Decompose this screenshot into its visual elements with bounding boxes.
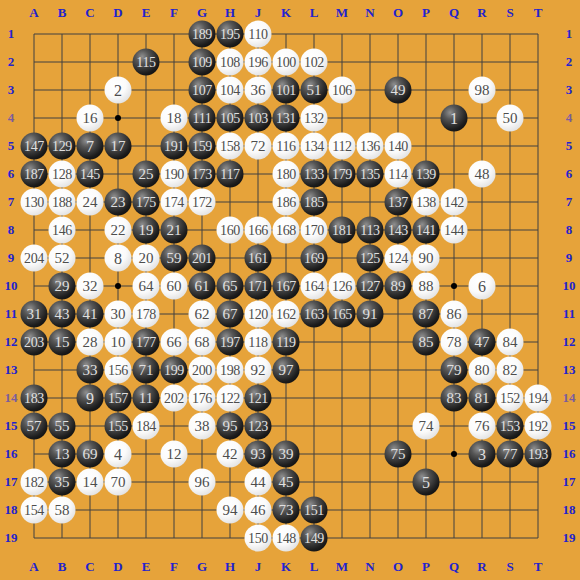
white-stone-90[interactable]: 90 <box>413 245 440 272</box>
black-stone-79[interactable]: 79 <box>441 357 468 384</box>
point-H1[interactable]: 195 <box>216 20 244 48</box>
point-J3[interactable]: 36 <box>244 76 272 104</box>
point-D8[interactable]: 22 <box>104 216 132 244</box>
point-M17[interactable] <box>328 468 356 496</box>
point-T9[interactable] <box>524 244 552 272</box>
point-R11[interactable] <box>468 300 496 328</box>
white-stone-186[interactable]: 186 <box>273 189 300 216</box>
point-J5[interactable]: 72 <box>244 132 272 160</box>
black-stone-131[interactable]: 131 <box>273 105 300 132</box>
point-T14[interactable]: 194 <box>524 384 552 412</box>
point-M12[interactable] <box>328 328 356 356</box>
black-stone-111[interactable]: 111 <box>189 105 216 132</box>
point-K1[interactable] <box>272 20 300 48</box>
point-K8[interactable]: 168 <box>272 216 300 244</box>
black-stone-91[interactable]: 91 <box>357 301 384 328</box>
point-T19[interactable] <box>524 524 552 552</box>
point-R2[interactable] <box>468 48 496 76</box>
point-E19[interactable] <box>132 524 160 552</box>
black-stone-7[interactable]: 7 <box>77 133 104 160</box>
white-stone-100[interactable]: 100 <box>273 49 300 76</box>
white-stone-164[interactable]: 164 <box>301 273 328 300</box>
point-K13[interactable]: 97 <box>272 356 300 384</box>
point-O9[interactable]: 124 <box>384 244 412 272</box>
point-P17[interactable]: 5 <box>412 468 440 496</box>
point-F5[interactable]: 191 <box>160 132 188 160</box>
point-T18[interactable] <box>524 496 552 524</box>
point-D6[interactable] <box>104 160 132 188</box>
point-R15[interactable]: 76 <box>468 412 496 440</box>
point-S12[interactable]: 84 <box>496 328 524 356</box>
point-G3[interactable]: 107 <box>188 76 216 104</box>
black-stone-179[interactable]: 179 <box>329 161 356 188</box>
point-E18[interactable] <box>132 496 160 524</box>
point-L17[interactable] <box>300 468 328 496</box>
point-H14[interactable]: 122 <box>216 384 244 412</box>
point-C7[interactable]: 24 <box>76 188 104 216</box>
point-T17[interactable] <box>524 468 552 496</box>
point-Q10[interactable] <box>440 272 468 300</box>
point-A11[interactable]: 31 <box>20 300 48 328</box>
point-N3[interactable] <box>356 76 384 104</box>
point-C10[interactable]: 32 <box>76 272 104 300</box>
point-F6[interactable]: 190 <box>160 160 188 188</box>
point-G9[interactable]: 201 <box>188 244 216 272</box>
point-A1[interactable] <box>20 20 48 48</box>
point-P3[interactable] <box>412 76 440 104</box>
point-L16[interactable] <box>300 440 328 468</box>
black-stone-187[interactable]: 187 <box>21 161 48 188</box>
point-E11[interactable]: 178 <box>132 300 160 328</box>
point-T11[interactable] <box>524 300 552 328</box>
white-stone-60[interactable]: 60 <box>161 273 188 300</box>
point-G7[interactable]: 172 <box>188 188 216 216</box>
white-stone-156[interactable]: 156 <box>105 357 132 384</box>
black-stone-157[interactable]: 157 <box>105 385 132 412</box>
point-A10[interactable] <box>20 272 48 300</box>
point-D9[interactable]: 8 <box>104 244 132 272</box>
point-S7[interactable] <box>496 188 524 216</box>
point-G10[interactable]: 61 <box>188 272 216 300</box>
point-E2[interactable]: 115 <box>132 48 160 76</box>
point-Q18[interactable] <box>440 496 468 524</box>
point-K11[interactable]: 162 <box>272 300 300 328</box>
point-Q17[interactable] <box>440 468 468 496</box>
point-M3[interactable]: 106 <box>328 76 356 104</box>
point-L8[interactable]: 170 <box>300 216 328 244</box>
white-stone-192[interactable]: 192 <box>525 413 552 440</box>
point-K10[interactable]: 167 <box>272 272 300 300</box>
white-stone-36[interactable]: 36 <box>245 77 272 104</box>
point-D17[interactable]: 70 <box>104 468 132 496</box>
black-stone-181[interactable]: 181 <box>329 217 356 244</box>
point-B7[interactable]: 188 <box>48 188 76 216</box>
white-stone-8[interactable]: 8 <box>105 245 132 272</box>
point-E3[interactable] <box>132 76 160 104</box>
point-R3[interactable]: 98 <box>468 76 496 104</box>
point-J18[interactable]: 46 <box>244 496 272 524</box>
point-E14[interactable]: 11 <box>132 384 160 412</box>
point-N15[interactable] <box>356 412 384 440</box>
point-D15[interactable]: 155 <box>104 412 132 440</box>
point-E1[interactable] <box>132 20 160 48</box>
point-P13[interactable] <box>412 356 440 384</box>
black-stone-5[interactable]: 5 <box>413 469 440 496</box>
point-O19[interactable] <box>384 524 412 552</box>
point-D2[interactable] <box>104 48 132 76</box>
white-stone-70[interactable]: 70 <box>105 469 132 496</box>
white-stone-200[interactable]: 200 <box>189 357 216 384</box>
point-F2[interactable] <box>160 48 188 76</box>
point-T4[interactable] <box>524 104 552 132</box>
point-T7[interactable] <box>524 188 552 216</box>
point-Q1[interactable] <box>440 20 468 48</box>
black-stone-147[interactable]: 147 <box>21 133 48 160</box>
point-P14[interactable] <box>412 384 440 412</box>
point-R7[interactable] <box>468 188 496 216</box>
point-M8[interactable]: 181 <box>328 216 356 244</box>
black-stone-17[interactable]: 17 <box>105 133 132 160</box>
point-E15[interactable]: 184 <box>132 412 160 440</box>
point-N10[interactable]: 127 <box>356 272 384 300</box>
point-J11[interactable]: 120 <box>244 300 272 328</box>
point-R18[interactable] <box>468 496 496 524</box>
point-C4[interactable]: 16 <box>76 104 104 132</box>
white-stone-184[interactable]: 184 <box>133 413 160 440</box>
point-G1[interactable]: 189 <box>188 20 216 48</box>
white-stone-78[interactable]: 78 <box>441 329 468 356</box>
point-Q4[interactable]: 1 <box>440 104 468 132</box>
point-F14[interactable]: 202 <box>160 384 188 412</box>
point-F7[interactable]: 174 <box>160 188 188 216</box>
white-stone-126[interactable]: 126 <box>329 273 356 300</box>
point-C2[interactable] <box>76 48 104 76</box>
point-N7[interactable] <box>356 188 384 216</box>
point-B19[interactable] <box>48 524 76 552</box>
black-stone-71[interactable]: 71 <box>133 357 160 384</box>
point-C17[interactable]: 14 <box>76 468 104 496</box>
white-stone-2[interactable]: 2 <box>105 77 132 104</box>
point-E5[interactable] <box>132 132 160 160</box>
black-stone-57[interactable]: 57 <box>21 413 48 440</box>
point-R19[interactable] <box>468 524 496 552</box>
point-G15[interactable]: 38 <box>188 412 216 440</box>
point-J16[interactable]: 93 <box>244 440 272 468</box>
black-stone-11[interactable]: 11 <box>133 385 160 412</box>
point-N13[interactable] <box>356 356 384 384</box>
black-stone-203[interactable]: 203 <box>21 329 48 356</box>
point-S3[interactable] <box>496 76 524 104</box>
black-stone-25[interactable]: 25 <box>133 161 160 188</box>
point-Q5[interactable] <box>440 132 468 160</box>
white-stone-96[interactable]: 96 <box>189 469 216 496</box>
white-stone-12[interactable]: 12 <box>161 441 188 468</box>
point-E7[interactable]: 175 <box>132 188 160 216</box>
point-H18[interactable]: 94 <box>216 496 244 524</box>
point-B11[interactable]: 43 <box>48 300 76 328</box>
point-O2[interactable] <box>384 48 412 76</box>
white-stone-30[interactable]: 30 <box>105 301 132 328</box>
white-stone-162[interactable]: 162 <box>273 301 300 328</box>
point-L5[interactable]: 134 <box>300 132 328 160</box>
point-K14[interactable] <box>272 384 300 412</box>
point-A4[interactable] <box>20 104 48 132</box>
point-C15[interactable] <box>76 412 104 440</box>
point-N6[interactable]: 135 <box>356 160 384 188</box>
point-D16[interactable]: 4 <box>104 440 132 468</box>
black-stone-173[interactable]: 173 <box>189 161 216 188</box>
white-stone-204[interactable]: 204 <box>21 245 48 272</box>
white-stone-136[interactable]: 136 <box>357 133 384 160</box>
point-D18[interactable] <box>104 496 132 524</box>
black-stone-133[interactable]: 133 <box>301 161 328 188</box>
point-D7[interactable]: 23 <box>104 188 132 216</box>
white-stone-80[interactable]: 80 <box>469 357 496 384</box>
black-stone-49[interactable]: 49 <box>385 77 412 104</box>
point-Q16[interactable] <box>440 440 468 468</box>
point-L15[interactable] <box>300 412 328 440</box>
point-M13[interactable] <box>328 356 356 384</box>
white-stone-142[interactable]: 142 <box>441 189 468 216</box>
point-K17[interactable]: 45 <box>272 468 300 496</box>
point-J17[interactable]: 44 <box>244 468 272 496</box>
black-stone-101[interactable]: 101 <box>273 77 300 104</box>
black-stone-61[interactable]: 61 <box>189 273 216 300</box>
point-P18[interactable] <box>412 496 440 524</box>
white-stone-14[interactable]: 14 <box>77 469 104 496</box>
point-L2[interactable]: 102 <box>300 48 328 76</box>
point-A13[interactable] <box>20 356 48 384</box>
white-stone-66[interactable]: 66 <box>161 329 188 356</box>
point-L14[interactable] <box>300 384 328 412</box>
point-L10[interactable]: 164 <box>300 272 328 300</box>
point-P12[interactable]: 85 <box>412 328 440 356</box>
point-O4[interactable] <box>384 104 412 132</box>
point-A9[interactable]: 204 <box>20 244 48 272</box>
white-stone-146[interactable]: 146 <box>49 217 76 244</box>
point-F19[interactable] <box>160 524 188 552</box>
point-J6[interactable] <box>244 160 272 188</box>
point-Q15[interactable] <box>440 412 468 440</box>
point-Q19[interactable] <box>440 524 468 552</box>
white-stone-64[interactable]: 64 <box>133 273 160 300</box>
point-A15[interactable]: 57 <box>20 412 48 440</box>
point-Q3[interactable] <box>440 76 468 104</box>
point-H8[interactable]: 160 <box>216 216 244 244</box>
white-stone-190[interactable]: 190 <box>161 161 188 188</box>
point-O12[interactable] <box>384 328 412 356</box>
point-N19[interactable] <box>356 524 384 552</box>
white-stone-180[interactable]: 180 <box>273 161 300 188</box>
black-stone-77[interactable]: 77 <box>497 441 524 468</box>
black-stone-183[interactable]: 183 <box>21 385 48 412</box>
point-K9[interactable] <box>272 244 300 272</box>
point-K7[interactable]: 186 <box>272 188 300 216</box>
black-stone-19[interactable]: 19 <box>133 217 160 244</box>
point-R5[interactable] <box>468 132 496 160</box>
point-B17[interactable]: 35 <box>48 468 76 496</box>
black-stone-15[interactable]: 15 <box>49 329 76 356</box>
white-stone-98[interactable]: 98 <box>469 77 496 104</box>
point-F4[interactable]: 18 <box>160 104 188 132</box>
point-T10[interactable] <box>524 272 552 300</box>
point-J4[interactable]: 103 <box>244 104 272 132</box>
white-stone-172[interactable]: 172 <box>189 189 216 216</box>
point-Q2[interactable] <box>440 48 468 76</box>
point-A3[interactable] <box>20 76 48 104</box>
white-stone-198[interactable]: 198 <box>217 357 244 384</box>
white-stone-72[interactable]: 72 <box>245 133 272 160</box>
point-A18[interactable]: 154 <box>20 496 48 524</box>
point-G19[interactable] <box>188 524 216 552</box>
point-C8[interactable] <box>76 216 104 244</box>
point-O10[interactable]: 89 <box>384 272 412 300</box>
point-S16[interactable]: 77 <box>496 440 524 468</box>
point-K3[interactable]: 101 <box>272 76 300 104</box>
black-stone-193[interactable]: 193 <box>525 441 552 468</box>
point-S15[interactable]: 153 <box>496 412 524 440</box>
point-E10[interactable]: 64 <box>132 272 160 300</box>
point-P6[interactable]: 139 <box>412 160 440 188</box>
white-stone-48[interactable]: 48 <box>469 161 496 188</box>
black-stone-9[interactable]: 9 <box>77 385 104 412</box>
point-N1[interactable] <box>356 20 384 48</box>
black-stone-121[interactable]: 121 <box>245 385 272 412</box>
point-C3[interactable] <box>76 76 104 104</box>
black-stone-81[interactable]: 81 <box>469 385 496 412</box>
point-N18[interactable] <box>356 496 384 524</box>
point-P5[interactable] <box>412 132 440 160</box>
black-stone-151[interactable]: 151 <box>301 497 328 524</box>
point-H19[interactable] <box>216 524 244 552</box>
point-G6[interactable]: 173 <box>188 160 216 188</box>
black-stone-113[interactable]: 113 <box>357 217 384 244</box>
black-stone-89[interactable]: 89 <box>385 273 412 300</box>
point-P1[interactable] <box>412 20 440 48</box>
point-E6[interactable]: 25 <box>132 160 160 188</box>
point-H7[interactable] <box>216 188 244 216</box>
black-stone-199[interactable]: 199 <box>161 357 188 384</box>
point-R17[interactable] <box>468 468 496 496</box>
white-stone-174[interactable]: 174 <box>161 189 188 216</box>
black-stone-137[interactable]: 137 <box>385 189 412 216</box>
white-stone-6[interactable]: 6 <box>469 273 496 300</box>
white-stone-196[interactable]: 196 <box>245 49 272 76</box>
white-stone-124[interactable]: 124 <box>385 245 412 272</box>
white-stone-118[interactable]: 118 <box>245 329 272 356</box>
point-Q11[interactable]: 86 <box>440 300 468 328</box>
white-stone-94[interactable]: 94 <box>217 497 244 524</box>
point-M18[interactable] <box>328 496 356 524</box>
black-stone-155[interactable]: 155 <box>105 413 132 440</box>
point-B13[interactable] <box>48 356 76 384</box>
white-stone-32[interactable]: 32 <box>77 273 104 300</box>
point-M15[interactable] <box>328 412 356 440</box>
point-P19[interactable] <box>412 524 440 552</box>
black-stone-33[interactable]: 33 <box>77 357 104 384</box>
point-E8[interactable]: 19 <box>132 216 160 244</box>
white-stone-158[interactable]: 158 <box>217 133 244 160</box>
white-stone-128[interactable]: 128 <box>49 161 76 188</box>
black-stone-115[interactable]: 115 <box>133 49 160 76</box>
black-stone-39[interactable]: 39 <box>273 441 300 468</box>
white-stone-76[interactable]: 76 <box>469 413 496 440</box>
point-N5[interactable]: 136 <box>356 132 384 160</box>
white-stone-152[interactable]: 152 <box>497 385 524 412</box>
point-T8[interactable] <box>524 216 552 244</box>
black-stone-41[interactable]: 41 <box>77 301 104 328</box>
point-S19[interactable] <box>496 524 524 552</box>
point-T15[interactable]: 192 <box>524 412 552 440</box>
white-stone-18[interactable]: 18 <box>161 105 188 132</box>
point-K2[interactable]: 100 <box>272 48 300 76</box>
point-O11[interactable] <box>384 300 412 328</box>
point-A14[interactable]: 183 <box>20 384 48 412</box>
white-stone-10[interactable]: 10 <box>105 329 132 356</box>
point-A17[interactable]: 182 <box>20 468 48 496</box>
white-stone-114[interactable]: 114 <box>385 161 412 188</box>
black-stone-127[interactable]: 127 <box>357 273 384 300</box>
point-S4[interactable]: 50 <box>496 104 524 132</box>
black-stone-105[interactable]: 105 <box>217 105 244 132</box>
point-L7[interactable]: 185 <box>300 188 328 216</box>
point-C18[interactable] <box>76 496 104 524</box>
point-E13[interactable]: 71 <box>132 356 160 384</box>
point-M10[interactable]: 126 <box>328 272 356 300</box>
point-G16[interactable] <box>188 440 216 468</box>
point-M19[interactable] <box>328 524 356 552</box>
point-H11[interactable]: 67 <box>216 300 244 328</box>
point-D11[interactable]: 30 <box>104 300 132 328</box>
point-K16[interactable]: 39 <box>272 440 300 468</box>
point-B15[interactable]: 55 <box>48 412 76 440</box>
point-F13[interactable]: 199 <box>160 356 188 384</box>
black-stone-31[interactable]: 31 <box>21 301 48 328</box>
black-stone-129[interactable]: 129 <box>49 133 76 160</box>
point-E17[interactable] <box>132 468 160 496</box>
point-O15[interactable] <box>384 412 412 440</box>
point-R12[interactable]: 47 <box>468 328 496 356</box>
point-J13[interactable]: 92 <box>244 356 272 384</box>
black-stone-43[interactable]: 43 <box>49 301 76 328</box>
point-S17[interactable] <box>496 468 524 496</box>
black-stone-159[interactable]: 159 <box>189 133 216 160</box>
point-N14[interactable] <box>356 384 384 412</box>
white-stone-138[interactable]: 138 <box>413 189 440 216</box>
point-D4[interactable] <box>104 104 132 132</box>
point-B4[interactable] <box>48 104 76 132</box>
point-R8[interactable] <box>468 216 496 244</box>
point-T16[interactable]: 193 <box>524 440 552 468</box>
point-A5[interactable]: 147 <box>20 132 48 160</box>
black-stone-67[interactable]: 67 <box>217 301 244 328</box>
point-K18[interactable]: 73 <box>272 496 300 524</box>
point-N4[interactable] <box>356 104 384 132</box>
white-stone-176[interactable]: 176 <box>189 385 216 412</box>
black-stone-191[interactable]: 191 <box>161 133 188 160</box>
point-P7[interactable]: 138 <box>412 188 440 216</box>
point-S5[interactable] <box>496 132 524 160</box>
point-P15[interactable]: 74 <box>412 412 440 440</box>
point-O3[interactable]: 49 <box>384 76 412 104</box>
point-R14[interactable]: 81 <box>468 384 496 412</box>
point-B16[interactable]: 13 <box>48 440 76 468</box>
point-A7[interactable]: 130 <box>20 188 48 216</box>
point-H2[interactable]: 108 <box>216 48 244 76</box>
white-stone-140[interactable]: 140 <box>385 133 412 160</box>
point-C13[interactable]: 33 <box>76 356 104 384</box>
point-D10[interactable] <box>104 272 132 300</box>
